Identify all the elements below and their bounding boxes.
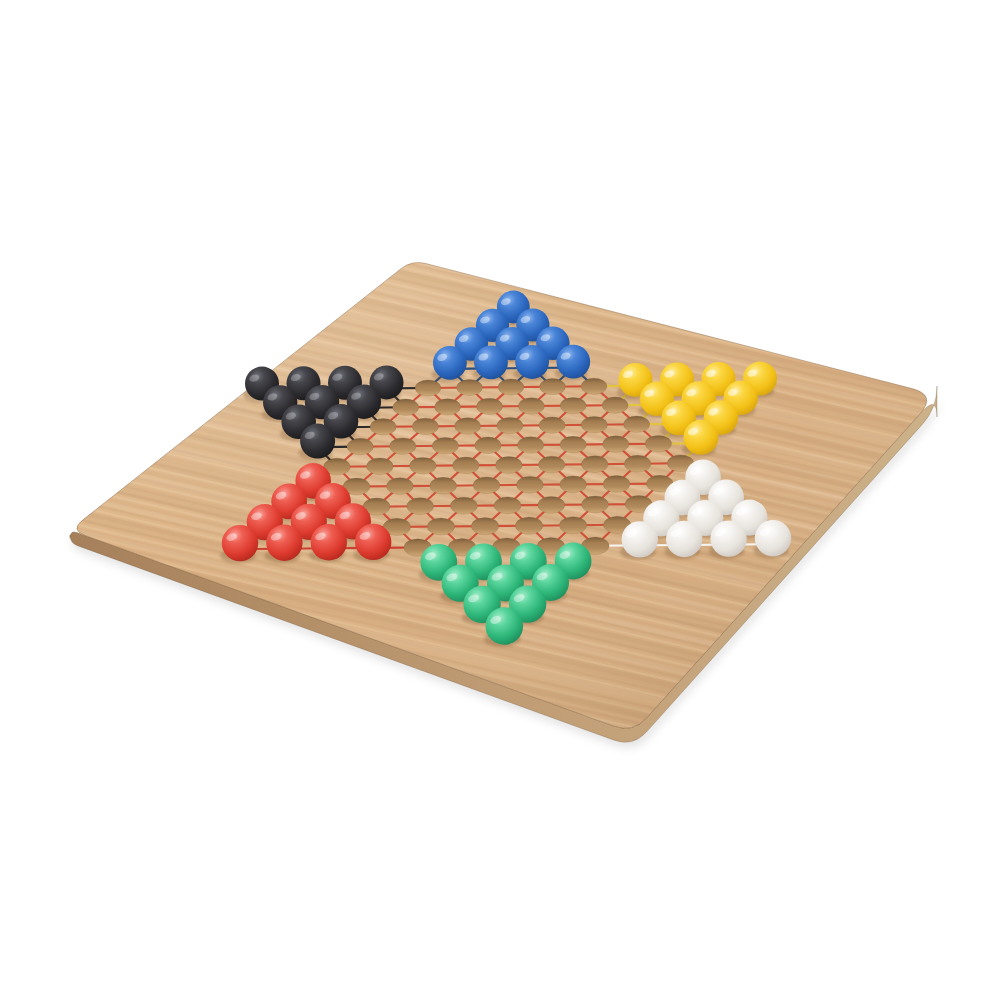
marble-blue[interactable] [433,346,467,380]
hole[interactable] [387,478,414,495]
hole[interactable] [560,476,587,493]
marble-green[interactable] [486,607,524,645]
hole[interactable] [603,436,629,453]
hole[interactable] [473,477,500,494]
hole[interactable] [559,517,586,534]
hole[interactable] [430,477,457,494]
hole[interactable] [412,418,438,434]
hole[interactable] [477,398,503,414]
hole[interactable] [347,438,373,455]
hole[interactable] [581,456,608,473]
marble-yellow[interactable] [684,420,719,455]
hole[interactable] [538,496,565,513]
chinese-checkers-photo [0,0,1000,1000]
hole[interactable] [518,398,544,414]
hole[interactable] [370,419,396,435]
hole[interactable] [517,437,543,454]
hole[interactable] [603,476,630,493]
hole[interactable] [582,496,609,513]
marble-white[interactable] [755,520,791,556]
marble-white[interactable] [622,521,658,557]
hole[interactable] [497,417,523,433]
hole[interactable] [410,457,437,474]
marble-white[interactable] [710,520,746,556]
hole[interactable] [471,518,498,535]
hole[interactable] [581,417,607,433]
hole[interactable] [538,456,565,473]
hole[interactable] [393,399,419,415]
hole[interactable] [455,418,481,434]
hole[interactable] [624,416,650,432]
hole[interactable] [540,379,566,395]
hole[interactable] [515,517,542,534]
hole[interactable] [407,498,434,515]
hole[interactable] [457,379,483,395]
hole[interactable] [602,397,628,413]
hole[interactable] [581,378,607,394]
hole[interactable] [390,438,416,455]
hole[interactable] [517,476,544,493]
marble-black[interactable] [300,424,335,459]
hole[interactable] [450,497,477,514]
chinese-checkers-board-svg [0,0,1000,1000]
marble-red[interactable] [311,524,347,560]
hole[interactable] [432,438,458,455]
hole[interactable] [498,379,524,395]
hole[interactable] [560,436,586,453]
marble-red[interactable] [222,525,258,561]
hole[interactable] [435,399,461,415]
marble-red[interactable] [355,524,391,560]
marble-red[interactable] [266,525,302,561]
hole[interactable] [453,457,480,474]
marble-blue[interactable] [556,345,590,379]
hole[interactable] [539,417,565,433]
marble-blue[interactable] [474,346,508,380]
marble-white[interactable] [666,521,702,557]
hole[interactable] [367,458,394,475]
marble-blue[interactable] [515,345,549,379]
hole[interactable] [496,457,523,474]
hole[interactable] [560,397,586,413]
hole[interactable] [415,380,441,396]
hole[interactable] [475,437,501,454]
hole[interactable] [494,497,521,514]
hole[interactable] [624,455,651,472]
hole[interactable] [645,435,671,452]
hole[interactable] [427,518,454,535]
